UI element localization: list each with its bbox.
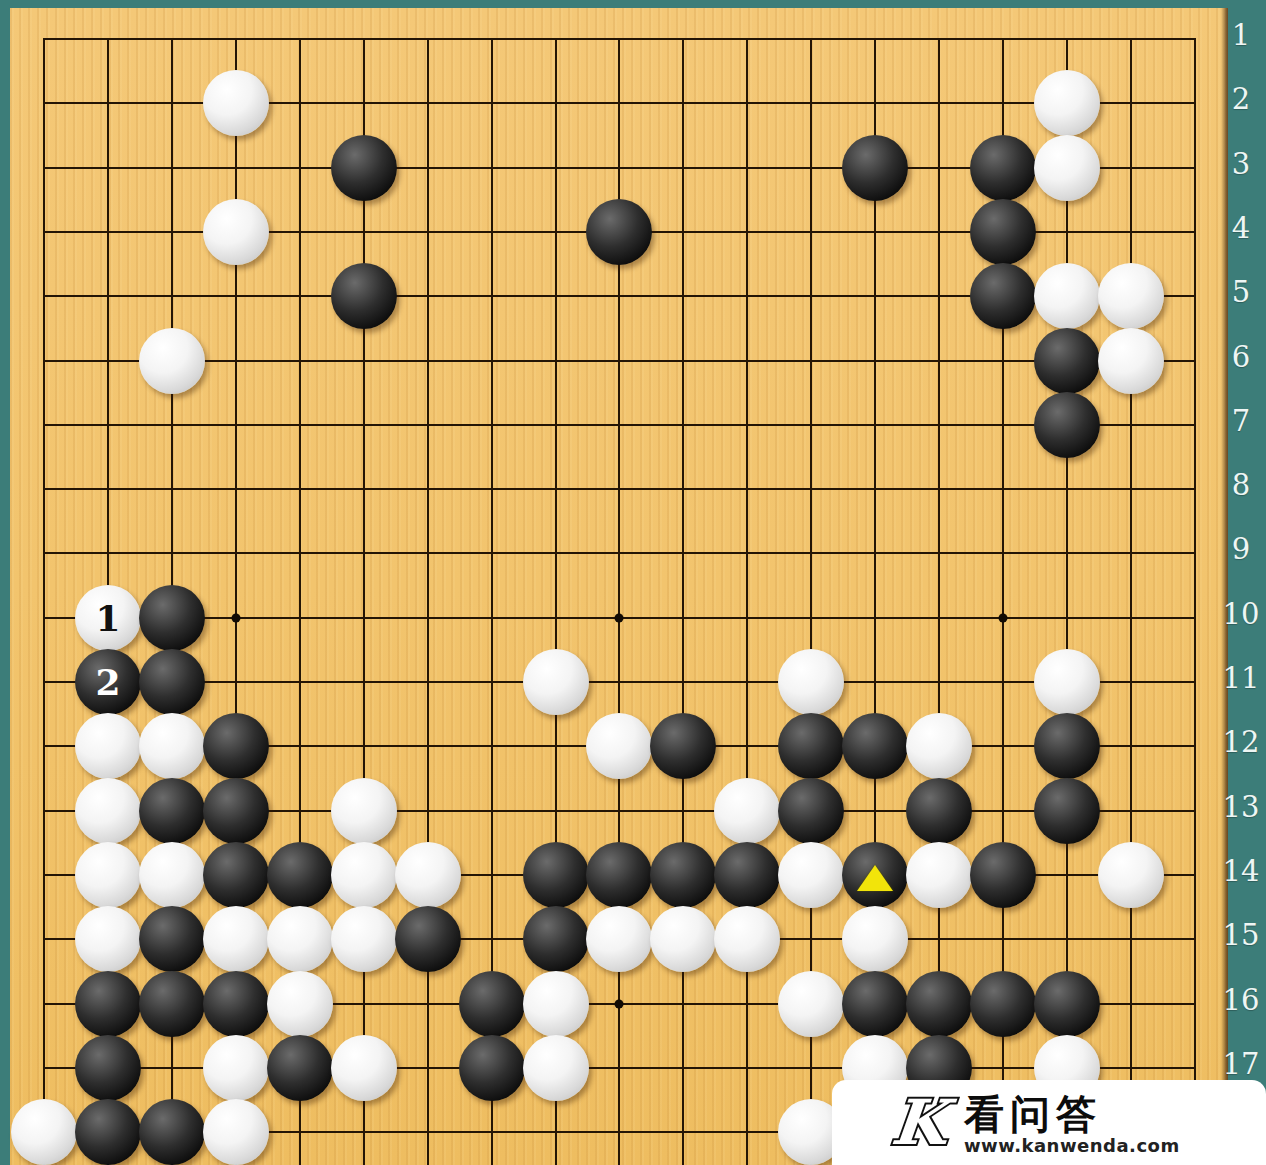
black-stone[interactable]: [75, 971, 141, 1037]
black-stone[interactable]: [586, 199, 652, 265]
white-stone[interactable]: [331, 1035, 397, 1101]
row-label: 11: [1223, 661, 1260, 695]
black-stone[interactable]: [203, 842, 269, 908]
white-stone[interactable]: [331, 842, 397, 908]
row-label: 13: [1223, 790, 1260, 824]
white-stone[interactable]: [906, 842, 972, 908]
black-stone[interactable]: [714, 842, 780, 908]
black-stone[interactable]: [459, 971, 525, 1037]
black-stone[interactable]: [1034, 971, 1100, 1037]
white-stone[interactable]: [11, 1099, 77, 1165]
black-stone[interactable]: [267, 1035, 333, 1101]
black-stone[interactable]: [203, 971, 269, 1037]
black-stone[interactable]: [842, 713, 908, 779]
white-stone[interactable]: [523, 971, 589, 1037]
row-label: 16: [1223, 983, 1260, 1017]
kanwenda-logo: K: [889, 1092, 949, 1154]
grid-line-vertical: [1130, 38, 1132, 1165]
black-stone[interactable]: [459, 1035, 525, 1101]
white-stone[interactable]: [267, 906, 333, 972]
watermark-badge: K 看问答 www.kanwenda.com: [832, 1080, 1266, 1165]
row-label: 3: [1232, 147, 1250, 181]
row-label: 17: [1223, 1047, 1260, 1081]
row-label: 2: [1232, 82, 1250, 116]
white-stone[interactable]: [75, 778, 141, 844]
white-stone[interactable]: 1: [75, 585, 141, 651]
black-stone[interactable]: [139, 971, 205, 1037]
white-stone[interactable]: [331, 778, 397, 844]
white-stone[interactable]: [139, 328, 205, 394]
hoshi-point: [615, 613, 624, 622]
black-stone[interactable]: [1034, 778, 1100, 844]
grid-line-horizontal: [43, 488, 1196, 490]
grid-line-horizontal: [43, 424, 1196, 426]
row-label: 7: [1232, 404, 1250, 438]
black-stone[interactable]: [842, 135, 908, 201]
row-label: 12: [1223, 725, 1260, 759]
white-stone[interactable]: [906, 713, 972, 779]
black-stone[interactable]: [1034, 328, 1100, 394]
black-stone[interactable]: [586, 842, 652, 908]
black-stone[interactable]: [906, 778, 972, 844]
white-stone[interactable]: [778, 649, 844, 715]
white-stone[interactable]: [1098, 263, 1164, 329]
white-stone[interactable]: [267, 971, 333, 1037]
watermark-url: www.kanwenda.com: [964, 1135, 1180, 1156]
black-stone[interactable]: [778, 778, 844, 844]
white-stone[interactable]: [523, 649, 589, 715]
black-stone[interactable]: [139, 1099, 205, 1165]
black-stone[interactable]: [203, 778, 269, 844]
white-stone[interactable]: [1034, 135, 1100, 201]
black-stone[interactable]: [778, 713, 844, 779]
black-stone[interactable]: [842, 842, 908, 908]
black-stone[interactable]: [842, 971, 908, 1037]
white-stone[interactable]: [331, 906, 397, 972]
white-stone[interactable]: [203, 1035, 269, 1101]
black-stone[interactable]: [970, 135, 1036, 201]
white-stone[interactable]: [395, 842, 461, 908]
white-stone[interactable]: [203, 70, 269, 136]
black-stone[interactable]: [1034, 392, 1100, 458]
row-label: 4: [1232, 211, 1250, 245]
hoshi-point: [999, 613, 1008, 622]
row-label: 10: [1223, 597, 1260, 631]
grid-line-horizontal: [43, 681, 1196, 683]
grid-line-horizontal: [43, 38, 1196, 40]
black-stone[interactable]: [267, 842, 333, 908]
black-stone[interactable]: [650, 842, 716, 908]
grid-line-vertical: [427, 38, 429, 1165]
grid-line-vertical: [746, 38, 748, 1165]
black-stone[interactable]: [970, 842, 1036, 908]
white-stone[interactable]: [75, 713, 141, 779]
white-stone[interactable]: [1034, 70, 1100, 136]
white-stone[interactable]: [139, 842, 205, 908]
grid-line-vertical: [43, 38, 45, 1165]
grid-line-vertical: [363, 38, 365, 1165]
black-stone[interactable]: [523, 906, 589, 972]
move-number-label: 1: [95, 600, 120, 636]
grid-line-vertical: [682, 38, 684, 1165]
black-stone[interactable]: [331, 135, 397, 201]
black-stone[interactable]: 2: [75, 649, 141, 715]
white-stone[interactable]: [650, 906, 716, 972]
black-stone[interactable]: [970, 263, 1036, 329]
white-stone[interactable]: [203, 199, 269, 265]
black-stone[interactable]: [203, 713, 269, 779]
row-label: 1: [1232, 18, 1250, 52]
white-stone[interactable]: [1098, 842, 1164, 908]
white-stone[interactable]: [203, 1099, 269, 1165]
hoshi-point: [231, 613, 240, 622]
white-stone[interactable]: [523, 1035, 589, 1101]
grid-line-horizontal: [43, 552, 1196, 554]
hoshi-point: [615, 999, 624, 1008]
row-label: 8: [1232, 468, 1250, 502]
white-stone[interactable]: [75, 906, 141, 972]
black-stone[interactable]: [139, 585, 205, 651]
black-stone[interactable]: [75, 1099, 141, 1165]
black-stone[interactable]: [1034, 713, 1100, 779]
white-stone[interactable]: [714, 906, 780, 972]
black-stone[interactable]: [139, 649, 205, 715]
white-stone[interactable]: [714, 778, 780, 844]
black-stone[interactable]: [970, 199, 1036, 265]
black-stone[interactable]: [523, 842, 589, 908]
row-label: 6: [1232, 340, 1250, 374]
go-diagram: 12 1234567891011121314151617 K 看问答 www.k…: [0, 0, 1266, 1165]
watermark-texts: 看问答 www.kanwenda.com: [964, 1093, 1180, 1156]
row-label: 9: [1232, 532, 1250, 566]
white-stone[interactable]: [778, 842, 844, 908]
black-stone[interactable]: [906, 971, 972, 1037]
black-stone[interactable]: [395, 906, 461, 972]
white-stone[interactable]: [586, 713, 652, 779]
black-stone[interactable]: [139, 778, 205, 844]
move-number-label: 2: [95, 664, 120, 700]
black-stone[interactable]: [139, 906, 205, 972]
white-stone[interactable]: [1098, 328, 1164, 394]
white-stone[interactable]: [203, 906, 269, 972]
white-stone[interactable]: [139, 713, 205, 779]
grid-line-vertical: [1194, 38, 1196, 1165]
row-label: 14: [1223, 854, 1260, 888]
black-stone[interactable]: [75, 1035, 141, 1101]
row-label: 15: [1223, 918, 1260, 952]
watermark-title: 看问答: [964, 1093, 1102, 1135]
triangle-marker: [857, 865, 893, 891]
white-stone[interactable]: [75, 842, 141, 908]
grid-line-horizontal: [43, 360, 1196, 362]
white-stone[interactable]: [1034, 649, 1100, 715]
black-stone[interactable]: [331, 263, 397, 329]
black-stone[interactable]: [970, 971, 1036, 1037]
white-stone[interactable]: [1034, 263, 1100, 329]
black-stone[interactable]: [650, 713, 716, 779]
row-label: 5: [1232, 275, 1250, 309]
white-stone[interactable]: [778, 971, 844, 1037]
white-stone[interactable]: [586, 906, 652, 972]
white-stone[interactable]: [842, 906, 908, 972]
